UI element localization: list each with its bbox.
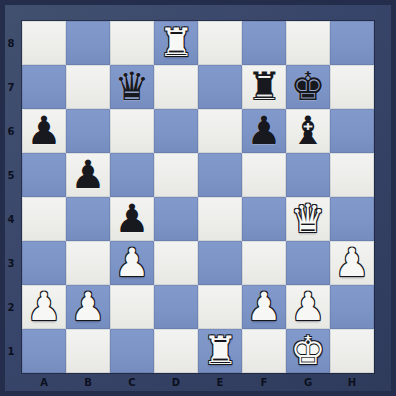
file-label-d: D bbox=[154, 373, 198, 391]
square-f3[interactable] bbox=[242, 241, 286, 285]
piece-white-pawn[interactable]: ♟ bbox=[247, 285, 282, 329]
square-d4[interactable] bbox=[154, 197, 198, 241]
square-e8[interactable] bbox=[198, 21, 242, 65]
square-a1[interactable] bbox=[22, 329, 66, 373]
square-d3[interactable] bbox=[154, 241, 198, 285]
rank-label-6: 6 bbox=[0, 109, 22, 153]
square-c3[interactable]: ♟ bbox=[110, 241, 154, 285]
piece-black-king[interactable]: ♚ bbox=[291, 65, 326, 109]
square-f4[interactable] bbox=[242, 197, 286, 241]
square-g3[interactable] bbox=[286, 241, 330, 285]
square-g2[interactable]: ♟ bbox=[286, 285, 330, 329]
square-d5[interactable] bbox=[154, 153, 198, 197]
square-c6[interactable] bbox=[110, 109, 154, 153]
file-label-a: A bbox=[22, 373, 66, 391]
piece-black-pawn[interactable]: ♟ bbox=[71, 153, 106, 197]
square-e3[interactable] bbox=[198, 241, 242, 285]
square-d8[interactable]: ♜ bbox=[154, 21, 198, 65]
square-b8[interactable] bbox=[66, 21, 110, 65]
square-f2[interactable]: ♟ bbox=[242, 285, 286, 329]
square-a4[interactable] bbox=[22, 197, 66, 241]
square-h7[interactable] bbox=[330, 65, 374, 109]
square-g1[interactable]: ♚ bbox=[286, 329, 330, 373]
piece-white-pawn[interactable]: ♟ bbox=[71, 285, 106, 329]
rank-label-7: 7 bbox=[0, 65, 22, 109]
square-a6[interactable]: ♟ bbox=[22, 109, 66, 153]
rank-label-1: 1 bbox=[0, 329, 22, 373]
file-label-e: E bbox=[198, 373, 242, 391]
piece-white-rook[interactable]: ♜ bbox=[203, 329, 238, 373]
rank-label-5: 5 bbox=[0, 153, 22, 197]
square-d6[interactable] bbox=[154, 109, 198, 153]
square-a5[interactable] bbox=[22, 153, 66, 197]
square-b4[interactable] bbox=[66, 197, 110, 241]
square-a7[interactable] bbox=[22, 65, 66, 109]
file-labels: ABCDEFGH bbox=[22, 373, 374, 391]
square-h5[interactable] bbox=[330, 153, 374, 197]
square-d7[interactable] bbox=[154, 65, 198, 109]
piece-black-queen[interactable]: ♛ bbox=[115, 65, 150, 109]
file-label-h: H bbox=[330, 373, 374, 391]
square-e5[interactable] bbox=[198, 153, 242, 197]
square-h2[interactable] bbox=[330, 285, 374, 329]
piece-white-pawn[interactable]: ♟ bbox=[27, 285, 62, 329]
piece-white-queen[interactable]: ♛ bbox=[291, 197, 326, 241]
square-e6[interactable] bbox=[198, 109, 242, 153]
square-g5[interactable] bbox=[286, 153, 330, 197]
rank-label-4: 4 bbox=[0, 197, 22, 241]
square-c2[interactable] bbox=[110, 285, 154, 329]
piece-black-rook[interactable]: ♜ bbox=[247, 65, 282, 109]
square-f6[interactable]: ♟ bbox=[242, 109, 286, 153]
piece-white-rook[interactable]: ♜ bbox=[159, 21, 194, 65]
square-g8[interactable] bbox=[286, 21, 330, 65]
square-h1[interactable] bbox=[330, 329, 374, 373]
square-h8[interactable] bbox=[330, 21, 374, 65]
square-b2[interactable]: ♟ bbox=[66, 285, 110, 329]
square-f7[interactable]: ♜ bbox=[242, 65, 286, 109]
chess-board[interactable]: ♜♛♜♚♟♟♝♟♟♛♟♟♟♟♟♟♜♚ bbox=[22, 21, 374, 373]
square-h4[interactable] bbox=[330, 197, 374, 241]
square-h6[interactable] bbox=[330, 109, 374, 153]
square-g4[interactable]: ♛ bbox=[286, 197, 330, 241]
piece-white-pawn[interactable]: ♟ bbox=[335, 241, 370, 285]
square-a8[interactable] bbox=[22, 21, 66, 65]
piece-white-pawn[interactable]: ♟ bbox=[291, 285, 326, 329]
piece-black-bishop[interactable]: ♝ bbox=[291, 109, 326, 153]
square-e2[interactable] bbox=[198, 285, 242, 329]
rank-label-8: 8 bbox=[0, 21, 22, 65]
square-b1[interactable] bbox=[66, 329, 110, 373]
square-c5[interactable] bbox=[110, 153, 154, 197]
square-c4[interactable]: ♟ bbox=[110, 197, 154, 241]
square-a2[interactable]: ♟ bbox=[22, 285, 66, 329]
square-b3[interactable] bbox=[66, 241, 110, 285]
square-f8[interactable] bbox=[242, 21, 286, 65]
file-label-f: F bbox=[242, 373, 286, 391]
piece-black-pawn[interactable]: ♟ bbox=[247, 109, 282, 153]
square-g6[interactable]: ♝ bbox=[286, 109, 330, 153]
square-b7[interactable] bbox=[66, 65, 110, 109]
piece-black-pawn[interactable]: ♟ bbox=[27, 109, 62, 153]
square-e7[interactable] bbox=[198, 65, 242, 109]
file-label-b: B bbox=[66, 373, 110, 391]
chess-diagram: 87654321 ♜♛♜♚♟♟♝♟♟♛♟♟♟♟♟♟♜♚ ABCDEFGH bbox=[0, 0, 396, 396]
square-h3[interactable]: ♟ bbox=[330, 241, 374, 285]
square-d1[interactable] bbox=[154, 329, 198, 373]
square-e4[interactable] bbox=[198, 197, 242, 241]
piece-black-pawn[interactable]: ♟ bbox=[115, 197, 150, 241]
file-label-c: C bbox=[110, 373, 154, 391]
rank-label-3: 3 bbox=[0, 241, 22, 285]
square-c7[interactable]: ♛ bbox=[110, 65, 154, 109]
square-a3[interactable] bbox=[22, 241, 66, 285]
square-f1[interactable] bbox=[242, 329, 286, 373]
square-g7[interactable]: ♚ bbox=[286, 65, 330, 109]
piece-white-pawn[interactable]: ♟ bbox=[115, 241, 150, 285]
rank-labels: 87654321 bbox=[0, 21, 22, 373]
square-d2[interactable] bbox=[154, 285, 198, 329]
square-c8[interactable] bbox=[110, 21, 154, 65]
square-c1[interactable] bbox=[110, 329, 154, 373]
piece-white-king[interactable]: ♚ bbox=[291, 329, 326, 373]
square-f5[interactable] bbox=[242, 153, 286, 197]
square-b5[interactable]: ♟ bbox=[66, 153, 110, 197]
square-e1[interactable]: ♜ bbox=[198, 329, 242, 373]
file-label-g: G bbox=[286, 373, 330, 391]
square-b6[interactable] bbox=[66, 109, 110, 153]
rank-label-2: 2 bbox=[0, 285, 22, 329]
